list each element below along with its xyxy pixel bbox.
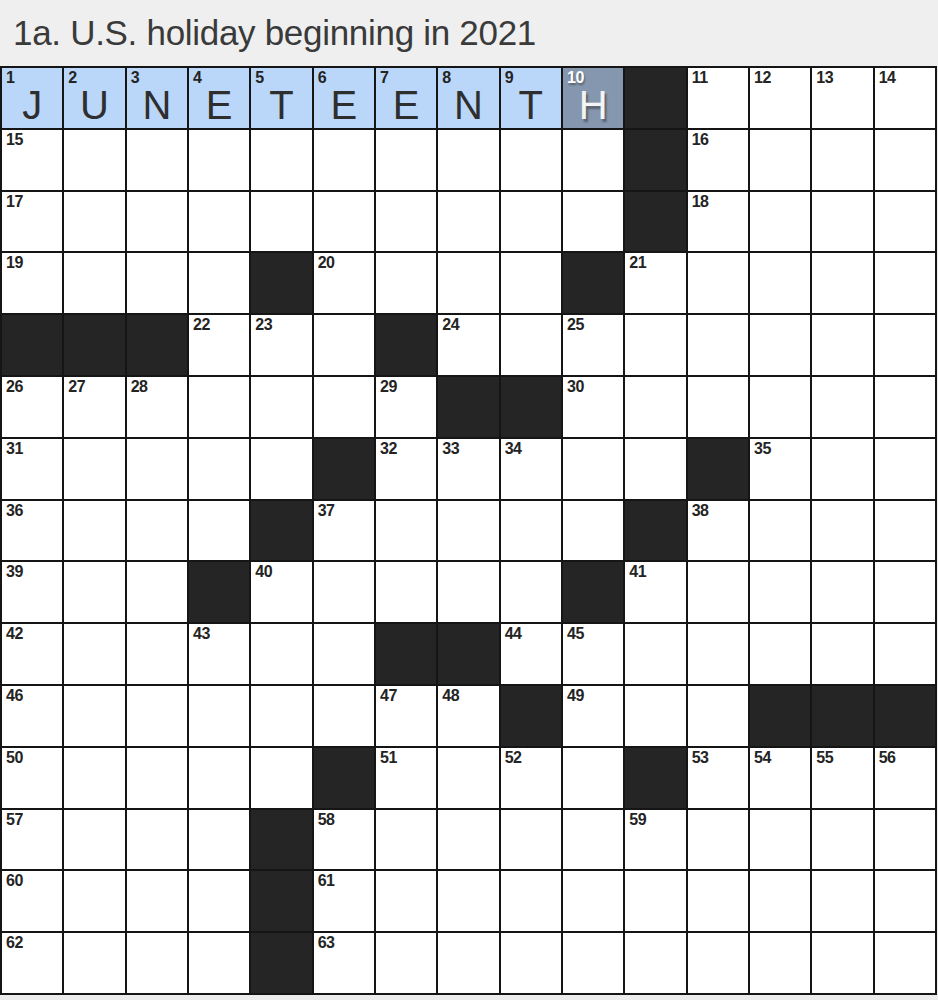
grid-cell[interactable]	[127, 192, 187, 252]
grid-cell[interactable]	[251, 377, 311, 437]
cell-number: 27	[68, 377, 85, 396]
grid-cell[interactable]: 40	[251, 562, 311, 622]
grid-cell[interactable]: 53	[688, 748, 748, 808]
grid-cell[interactable]	[688, 686, 748, 746]
cell-number: 55	[816, 748, 833, 767]
cell-number: 14	[879, 68, 896, 87]
black-cell	[438, 377, 498, 437]
grid-cell[interactable]	[688, 624, 748, 684]
cell-number: 32	[380, 439, 397, 458]
grid-cell[interactable]	[189, 933, 249, 993]
grid-cell[interactable]	[501, 810, 561, 870]
grid-cell[interactable]: 58	[314, 810, 374, 870]
grid-cell[interactable]	[875, 810, 935, 870]
black-cell	[625, 192, 685, 252]
grid-cell[interactable]	[501, 315, 561, 375]
grid-cell[interactable]: 34	[501, 439, 561, 499]
grid-cell[interactable]	[189, 439, 249, 499]
grid-cell[interactable]	[812, 501, 872, 561]
cell-number: 33	[442, 439, 459, 458]
cell-number: 60	[6, 871, 23, 890]
grid-cell[interactable]	[501, 130, 561, 190]
cell-number: 35	[754, 439, 771, 458]
grid-cell[interactable]	[189, 871, 249, 931]
cell-letter: H	[563, 82, 623, 128]
grid-cell[interactable]	[625, 315, 685, 375]
cell-letter: E	[376, 82, 436, 128]
grid-cell[interactable]	[812, 562, 872, 622]
grid-cell[interactable]	[64, 810, 124, 870]
grid-cell[interactable]: 25	[563, 315, 623, 375]
grid-cell[interactable]	[812, 871, 872, 931]
grid-cell[interactable]: 26	[2, 377, 62, 437]
grid-cell[interactable]	[64, 439, 124, 499]
grid-cell[interactable]: 5T	[251, 68, 311, 128]
grid-cell[interactable]	[189, 810, 249, 870]
cell-number: 54	[754, 748, 771, 767]
grid-cell[interactable]: 24	[438, 315, 498, 375]
grid-cell[interactable]	[812, 377, 872, 437]
grid-cell[interactable]	[812, 439, 872, 499]
grid-cell[interactable]	[563, 810, 623, 870]
grid-cell[interactable]	[314, 562, 374, 622]
cell-number: 41	[629, 562, 646, 581]
grid-cell[interactable]	[251, 192, 311, 252]
cell-number: 23	[255, 315, 272, 334]
grid-cell[interactable]	[127, 810, 187, 870]
grid-cell[interactable]	[750, 130, 810, 190]
cell-number: 20	[318, 253, 335, 272]
grid-cell[interactable]: 63	[314, 933, 374, 993]
grid-cell[interactable]	[875, 871, 935, 931]
cell-number: 43	[193, 624, 210, 643]
grid-cell[interactable]: 11	[688, 68, 748, 128]
grid-cell[interactable]	[563, 748, 623, 808]
grid-cell[interactable]: 14	[875, 68, 935, 128]
black-cell	[625, 130, 685, 190]
grid-cell[interactable]: 16	[688, 130, 748, 190]
cell-number: 45	[567, 624, 584, 643]
grid-cell[interactable]	[875, 253, 935, 313]
grid-cell[interactable]	[438, 192, 498, 252]
clue-text: 1a. U.S. holiday beginning in 2021	[13, 13, 536, 53]
grid-cell[interactable]: 48	[438, 686, 498, 746]
grid-cell[interactable]	[812, 810, 872, 870]
grid-cell[interactable]	[314, 686, 374, 746]
cell-number: 31	[6, 439, 23, 458]
grid-cell[interactable]	[189, 686, 249, 746]
grid-cell[interactable]	[875, 315, 935, 375]
grid-cell[interactable]	[376, 933, 436, 993]
cell-number: 13	[816, 68, 833, 87]
grid-cell[interactable]: 6E	[314, 68, 374, 128]
grid-cell[interactable]	[189, 253, 249, 313]
black-cell	[314, 439, 374, 499]
grid-cell[interactable]	[875, 562, 935, 622]
grid-cell[interactable]	[189, 130, 249, 190]
grid-cell[interactable]	[64, 748, 124, 808]
cell-letter: T	[501, 82, 561, 128]
grid-cell[interactable]	[812, 130, 872, 190]
grid-cell[interactable]	[376, 192, 436, 252]
cell-number: 19	[6, 253, 23, 272]
cell-number: 56	[879, 748, 896, 767]
grid-cell[interactable]: 62	[2, 933, 62, 993]
grid-cell[interactable]	[251, 686, 311, 746]
cell-number: 17	[6, 192, 23, 211]
cell-number: 46	[6, 686, 23, 705]
grid-cell[interactable]: 47	[376, 686, 436, 746]
grid-cell[interactable]: 37	[314, 501, 374, 561]
cell-number: 57	[6, 810, 23, 829]
cell-number: 34	[505, 439, 522, 458]
grid-cell[interactable]	[688, 253, 748, 313]
grid-cell[interactable]	[812, 933, 872, 993]
grid-cell[interactable]	[501, 192, 561, 252]
cell-number: 39	[6, 562, 23, 581]
grid-cell[interactable]	[438, 748, 498, 808]
grid-cell[interactable]	[251, 439, 311, 499]
black-cell	[501, 377, 561, 437]
black-cell	[251, 810, 311, 870]
grid-cell[interactable]: 9T	[501, 68, 561, 128]
grid-cell[interactable]: 31	[2, 439, 62, 499]
grid-cell[interactable]: 55	[812, 748, 872, 808]
grid-cell[interactable]: 27	[64, 377, 124, 437]
grid-cell[interactable]	[501, 933, 561, 993]
black-cell	[251, 933, 311, 993]
grid-cell[interactable]	[688, 377, 748, 437]
grid-cell[interactable]	[875, 130, 935, 190]
grid-cell[interactable]: 43	[189, 624, 249, 684]
grid-cell[interactable]	[376, 130, 436, 190]
cell-number: 59	[629, 810, 646, 829]
grid-cell[interactable]	[64, 253, 124, 313]
grid-cell[interactable]	[750, 377, 810, 437]
grid-cell[interactable]: 30	[563, 377, 623, 437]
grid-cell[interactable]: 1J	[2, 68, 62, 128]
black-cell	[251, 501, 311, 561]
grid-cell[interactable]: 32	[376, 439, 436, 499]
grid-cell[interactable]: 45	[563, 624, 623, 684]
grid-cell[interactable]	[64, 562, 124, 622]
grid-cell[interactable]: 41	[625, 562, 685, 622]
grid-cell[interactable]: 28	[127, 377, 187, 437]
grid-cell[interactable]	[64, 933, 124, 993]
black-cell	[625, 748, 685, 808]
grid-cell[interactable]	[812, 253, 872, 313]
grid-cell[interactable]	[438, 562, 498, 622]
grid-cell[interactable]: 35	[750, 439, 810, 499]
grid-cell[interactable]	[563, 871, 623, 931]
grid-cell[interactable]	[625, 686, 685, 746]
grid-cell[interactable]	[64, 624, 124, 684]
grid-cell[interactable]: 10H	[563, 68, 623, 128]
black-cell	[376, 624, 436, 684]
grid-cell[interactable]: 36	[2, 501, 62, 561]
black-cell	[189, 562, 249, 622]
grid-cell[interactable]: 20	[314, 253, 374, 313]
grid-cell[interactable]	[875, 439, 935, 499]
grid-cell[interactable]	[314, 192, 374, 252]
grid-cell[interactable]	[376, 562, 436, 622]
grid-cell[interactable]	[501, 501, 561, 561]
grid-cell[interactable]	[625, 439, 685, 499]
grid-cell[interactable]: 46	[2, 686, 62, 746]
grid-cell[interactable]: 42	[2, 624, 62, 684]
black-cell	[875, 686, 935, 746]
grid-cell[interactable]	[750, 810, 810, 870]
grid-cell[interactable]: 22	[189, 315, 249, 375]
black-cell	[251, 871, 311, 931]
cell-number: 51	[380, 748, 397, 767]
grid-cell[interactable]	[127, 253, 187, 313]
grid-cell[interactable]: 56	[875, 748, 935, 808]
grid-cell[interactable]	[438, 501, 498, 561]
cell-number: 25	[567, 315, 584, 334]
cell-number: 11	[692, 68, 708, 87]
grid-cell[interactable]	[625, 933, 685, 993]
grid-cell[interactable]	[875, 933, 935, 993]
grid-cell[interactable]	[189, 192, 249, 252]
grid-cell[interactable]	[64, 686, 124, 746]
grid-cell[interactable]: 8N	[438, 68, 498, 128]
cell-number: 62	[6, 933, 23, 952]
black-cell	[812, 686, 872, 746]
grid-cell[interactable]: 61	[314, 871, 374, 931]
cell-number: 53	[692, 748, 709, 767]
cell-number: 18	[692, 192, 709, 211]
grid-cell[interactable]: 52	[501, 748, 561, 808]
grid-cell[interactable]	[127, 439, 187, 499]
grid-cell[interactable]	[127, 562, 187, 622]
grid-cell[interactable]	[501, 562, 561, 622]
grid-cell[interactable]	[812, 624, 872, 684]
grid-cell[interactable]	[750, 871, 810, 931]
black-cell	[438, 624, 498, 684]
grid-cell[interactable]	[376, 253, 436, 313]
cell-number: 50	[6, 748, 23, 767]
grid-cell[interactable]	[625, 871, 685, 931]
grid-cell[interactable]: 4E	[189, 68, 249, 128]
grid-cell[interactable]	[127, 501, 187, 561]
grid-cell[interactable]: 13	[812, 68, 872, 128]
grid-cell[interactable]	[875, 501, 935, 561]
black-cell	[251, 253, 311, 313]
grid-cell[interactable]	[376, 810, 436, 870]
cell-number: 38	[692, 501, 709, 520]
grid-cell[interactable]: 29	[376, 377, 436, 437]
cell-number: 61	[318, 871, 335, 890]
black-cell	[376, 315, 436, 375]
grid-cell[interactable]: 57	[2, 810, 62, 870]
grid-cell[interactable]	[812, 315, 872, 375]
grid-cell[interactable]	[688, 562, 748, 622]
grid-cell[interactable]	[189, 748, 249, 808]
black-cell	[563, 253, 623, 313]
grid-cell[interactable]	[314, 315, 374, 375]
grid-cell[interactable]	[127, 933, 187, 993]
grid-cell[interactable]	[251, 748, 311, 808]
cell-letter: N	[438, 82, 498, 128]
black-cell	[750, 686, 810, 746]
grid-cell[interactable]	[189, 501, 249, 561]
cell-number: 22	[193, 315, 210, 334]
grid-cell[interactable]: 17	[2, 192, 62, 252]
black-cell	[64, 315, 124, 375]
grid-cell[interactable]	[376, 501, 436, 561]
grid-cell[interactable]: 50	[2, 748, 62, 808]
grid-cell[interactable]	[750, 192, 810, 252]
black-cell	[563, 562, 623, 622]
grid-cell[interactable]: 15	[2, 130, 62, 190]
grid-cell[interactable]	[127, 686, 187, 746]
cell-letter: E	[314, 82, 374, 128]
cell-letter: T	[251, 82, 311, 128]
grid-cell[interactable]	[64, 501, 124, 561]
cell-letter: E	[189, 82, 249, 128]
grid-cell[interactable]	[875, 624, 935, 684]
grid-cell[interactable]	[625, 377, 685, 437]
grid-cell[interactable]	[314, 130, 374, 190]
cell-number: 29	[380, 377, 397, 396]
grid-cell[interactable]: 49	[563, 686, 623, 746]
cell-number: 21	[629, 253, 646, 272]
grid-cell[interactable]	[750, 933, 810, 993]
grid-cell[interactable]	[438, 871, 498, 931]
cell-number: 48	[442, 686, 459, 705]
grid-cell[interactable]	[127, 624, 187, 684]
grid-cell[interactable]	[750, 253, 810, 313]
grid-cell[interactable]	[688, 933, 748, 993]
cell-number: 24	[442, 315, 459, 334]
cell-letter: J	[2, 82, 62, 128]
black-cell	[625, 68, 685, 128]
crossword-grid: 1J2U3N4E5T6E7E8N9T10H1112131415161718192…	[0, 66, 937, 995]
grid-cell[interactable]	[314, 624, 374, 684]
grid-cell[interactable]: 18	[688, 192, 748, 252]
grid-cell[interactable]: 3N	[127, 68, 187, 128]
cell-number: 26	[6, 377, 23, 396]
grid-cell[interactable]	[812, 192, 872, 252]
grid-cell[interactable]	[438, 253, 498, 313]
black-cell	[501, 686, 561, 746]
grid-cell[interactable]	[127, 748, 187, 808]
cell-letter: U	[64, 82, 124, 128]
cell-number: 49	[567, 686, 584, 705]
grid-cell[interactable]	[750, 501, 810, 561]
grid-cell[interactable]: 23	[251, 315, 311, 375]
grid-cell[interactable]	[501, 871, 561, 931]
cell-number: 28	[131, 377, 148, 396]
grid-cell[interactable]	[251, 624, 311, 684]
cell-number: 42	[6, 624, 23, 643]
grid-cell[interactable]	[563, 130, 623, 190]
grid-cell[interactable]: 7E	[376, 68, 436, 128]
cell-number: 15	[6, 130, 23, 149]
grid-cell[interactable]	[688, 315, 748, 375]
grid-cell[interactable]: 21	[625, 253, 685, 313]
cell-number: 12	[754, 68, 771, 87]
grid-cell[interactable]	[563, 933, 623, 993]
black-cell	[625, 501, 685, 561]
cell-number: 58	[318, 810, 335, 829]
grid-cell[interactable]	[376, 871, 436, 931]
grid-cell[interactable]: 38	[688, 501, 748, 561]
grid-cell[interactable]	[875, 377, 935, 437]
grid-cell[interactable]	[251, 130, 311, 190]
grid-cell[interactable]	[127, 871, 187, 931]
grid-cell[interactable]: 19	[2, 253, 62, 313]
grid-cell[interactable]	[875, 192, 935, 252]
grid-cell[interactable]	[501, 253, 561, 313]
grid-cell[interactable]: 44	[501, 624, 561, 684]
grid-cell[interactable]	[563, 501, 623, 561]
grid-cell[interactable]	[750, 315, 810, 375]
grid-cell[interactable]	[563, 192, 623, 252]
grid-cell[interactable]	[563, 439, 623, 499]
grid-cell[interactable]	[438, 130, 498, 190]
cell-number: 37	[318, 501, 335, 520]
grid-cell[interactable]: 51	[376, 748, 436, 808]
grid-cell[interactable]	[750, 624, 810, 684]
grid-cell[interactable]: 59	[625, 810, 685, 870]
grid-cell[interactable]	[438, 810, 498, 870]
cell-letter: N	[127, 82, 187, 128]
black-cell	[2, 315, 62, 375]
grid-cell[interactable]	[438, 933, 498, 993]
grid-cell[interactable]	[750, 562, 810, 622]
black-cell	[688, 439, 748, 499]
grid-cell[interactable]	[64, 130, 124, 190]
cell-number: 16	[692, 130, 709, 149]
grid-cell[interactable]: 12	[750, 68, 810, 128]
grid-cell[interactable]	[64, 192, 124, 252]
grid-cell[interactable]: 54	[750, 748, 810, 808]
clue-bar: 1a. U.S. holiday beginning in 2021	[0, 0, 938, 66]
grid-cell[interactable]	[688, 871, 748, 931]
black-cell	[127, 315, 187, 375]
grid-cell[interactable]: 39	[2, 562, 62, 622]
cell-number: 44	[505, 624, 522, 643]
cell-number: 36	[6, 501, 23, 520]
grid-cell[interactable]: 60	[2, 871, 62, 931]
grid-cell[interactable]	[127, 130, 187, 190]
cell-number: 52	[505, 748, 522, 767]
cell-number: 47	[380, 686, 397, 705]
grid-cell[interactable]	[189, 377, 249, 437]
grid-cell[interactable]	[625, 624, 685, 684]
cell-number: 63	[318, 933, 335, 952]
grid-cell[interactable]	[688, 810, 748, 870]
cell-number: 40	[255, 562, 272, 581]
grid-cell[interactable]	[64, 871, 124, 931]
grid-cell[interactable]	[314, 377, 374, 437]
grid-cell[interactable]: 33	[438, 439, 498, 499]
grid-cell[interactable]: 2U	[64, 68, 124, 128]
black-cell	[314, 748, 374, 808]
cell-number: 30	[567, 377, 584, 396]
